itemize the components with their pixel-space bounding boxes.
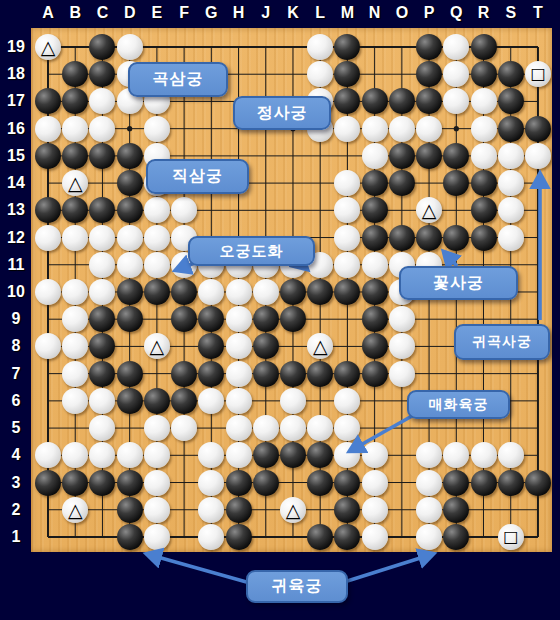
black-stone[interactable] bbox=[416, 143, 442, 169]
black-stone[interactable] bbox=[253, 333, 279, 359]
black-stone[interactable] bbox=[307, 279, 333, 305]
shape-label: 꽃사궁 bbox=[399, 266, 518, 300]
black-stone[interactable] bbox=[525, 470, 551, 496]
black-stone[interactable] bbox=[198, 361, 224, 387]
black-stone[interactable] bbox=[226, 524, 252, 550]
white-stone[interactable] bbox=[117, 252, 143, 278]
black-stone[interactable] bbox=[253, 306, 279, 332]
black-stone[interactable] bbox=[334, 470, 360, 496]
white-stone[interactable] bbox=[62, 361, 88, 387]
black-stone[interactable] bbox=[389, 143, 415, 169]
white-stone[interactable] bbox=[362, 143, 388, 169]
triangle-marker-icon: △ bbox=[307, 333, 333, 359]
shape-label: 직삼궁 bbox=[146, 159, 249, 194]
black-stone[interactable] bbox=[89, 470, 115, 496]
white-stone[interactable] bbox=[62, 279, 88, 305]
white-stone[interactable] bbox=[226, 442, 252, 468]
black-stone[interactable] bbox=[471, 170, 497, 196]
row-label: 3 bbox=[12, 474, 21, 492]
black-stone[interactable] bbox=[443, 497, 469, 523]
black-stone[interactable] bbox=[498, 88, 524, 114]
white-stone[interactable] bbox=[144, 252, 170, 278]
white-stone[interactable] bbox=[362, 252, 388, 278]
black-stone[interactable] bbox=[471, 225, 497, 251]
black-stone[interactable] bbox=[362, 88, 388, 114]
white-stone[interactable] bbox=[117, 225, 143, 251]
column-label: J bbox=[261, 4, 270, 22]
black-stone[interactable] bbox=[117, 470, 143, 496]
black-stone[interactable] bbox=[416, 34, 442, 60]
column-label: L bbox=[315, 4, 325, 22]
white-stone[interactable] bbox=[471, 442, 497, 468]
black-stone[interactable] bbox=[171, 279, 197, 305]
white-stone[interactable] bbox=[35, 116, 61, 142]
row-label: 9 bbox=[12, 310, 21, 328]
white-stone[interactable] bbox=[144, 524, 170, 550]
white-stone[interactable] bbox=[117, 442, 143, 468]
row-label: 8 bbox=[12, 337, 21, 355]
white-stone[interactable]: △ bbox=[280, 497, 306, 523]
white-stone[interactable] bbox=[362, 442, 388, 468]
white-stone[interactable] bbox=[471, 116, 497, 142]
row-label: 15 bbox=[7, 147, 25, 165]
white-stone[interactable] bbox=[307, 34, 333, 60]
white-stone[interactable]: △ bbox=[144, 333, 170, 359]
white-stone[interactable] bbox=[389, 306, 415, 332]
white-stone[interactable] bbox=[334, 225, 360, 251]
black-stone[interactable] bbox=[117, 143, 143, 169]
shape-label: 매화육궁 bbox=[407, 390, 510, 419]
white-stone[interactable]: △ bbox=[62, 170, 88, 196]
black-stone[interactable] bbox=[362, 225, 388, 251]
black-stone[interactable] bbox=[117, 306, 143, 332]
column-label: A bbox=[42, 4, 54, 22]
white-stone[interactable] bbox=[144, 470, 170, 496]
white-stone[interactable]: △ bbox=[416, 197, 442, 223]
column-label: R bbox=[478, 4, 490, 22]
black-stone[interactable] bbox=[62, 470, 88, 496]
black-stone[interactable] bbox=[117, 170, 143, 196]
black-stone[interactable] bbox=[307, 361, 333, 387]
row-label: 1 bbox=[12, 528, 21, 546]
row-label: 5 bbox=[12, 419, 21, 437]
black-stone[interactable] bbox=[307, 524, 333, 550]
white-stone[interactable] bbox=[525, 143, 551, 169]
white-stone[interactable] bbox=[117, 34, 143, 60]
white-stone[interactable] bbox=[280, 388, 306, 414]
column-label: H bbox=[233, 4, 245, 22]
white-stone[interactable] bbox=[35, 225, 61, 251]
black-stone[interactable] bbox=[471, 34, 497, 60]
black-stone[interactable] bbox=[89, 361, 115, 387]
black-stone[interactable] bbox=[525, 116, 551, 142]
shape-label: 오궁도화 bbox=[188, 236, 315, 266]
white-stone[interactable] bbox=[498, 225, 524, 251]
white-stone[interactable]: △ bbox=[62, 497, 88, 523]
shape-label: 귀곡사궁 bbox=[454, 324, 550, 360]
column-label: K bbox=[287, 4, 299, 22]
row-label: 7 bbox=[12, 365, 21, 383]
white-stone[interactable] bbox=[144, 497, 170, 523]
white-stone[interactable]: □ bbox=[525, 61, 551, 87]
black-stone[interactable] bbox=[471, 470, 497, 496]
white-stone[interactable] bbox=[171, 415, 197, 441]
column-label: E bbox=[152, 4, 163, 22]
row-label: 13 bbox=[7, 201, 25, 219]
white-stone[interactable] bbox=[89, 116, 115, 142]
black-stone[interactable] bbox=[389, 170, 415, 196]
black-stone[interactable] bbox=[62, 143, 88, 169]
column-label: M bbox=[341, 4, 354, 22]
black-stone[interactable] bbox=[35, 470, 61, 496]
row-label: 18 bbox=[7, 65, 25, 83]
white-stone[interactable] bbox=[253, 415, 279, 441]
column-label: O bbox=[396, 4, 408, 22]
triangle-marker-icon: △ bbox=[280, 497, 306, 523]
row-label: 2 bbox=[12, 501, 21, 519]
black-stone[interactable] bbox=[280, 279, 306, 305]
white-stone[interactable] bbox=[226, 388, 252, 414]
black-stone[interactable] bbox=[443, 470, 469, 496]
shape-label: 곡삼궁 bbox=[128, 62, 228, 97]
row-label: 12 bbox=[7, 229, 25, 247]
black-stone[interactable] bbox=[416, 225, 442, 251]
white-stone[interactable] bbox=[498, 170, 524, 196]
black-stone[interactable] bbox=[280, 306, 306, 332]
black-stone[interactable] bbox=[498, 61, 524, 87]
black-stone[interactable] bbox=[307, 470, 333, 496]
white-stone[interactable] bbox=[62, 116, 88, 142]
row-label: 19 bbox=[7, 38, 25, 56]
column-label: T bbox=[533, 4, 543, 22]
black-stone[interactable] bbox=[171, 388, 197, 414]
white-stone[interactable] bbox=[62, 388, 88, 414]
row-label: 4 bbox=[12, 446, 21, 464]
black-stone[interactable] bbox=[498, 116, 524, 142]
column-label: G bbox=[205, 4, 217, 22]
black-stone[interactable] bbox=[443, 225, 469, 251]
black-stone[interactable] bbox=[117, 497, 143, 523]
square-marker-icon: □ bbox=[525, 61, 551, 87]
column-label: F bbox=[179, 4, 189, 22]
white-stone[interactable]: △ bbox=[307, 333, 333, 359]
black-stone[interactable] bbox=[389, 225, 415, 251]
white-stone[interactable] bbox=[389, 116, 415, 142]
black-stone[interactable] bbox=[117, 197, 143, 223]
white-stone[interactable] bbox=[144, 197, 170, 223]
black-stone[interactable] bbox=[362, 197, 388, 223]
black-stone[interactable] bbox=[144, 279, 170, 305]
row-label: 6 bbox=[12, 392, 21, 410]
black-stone[interactable] bbox=[498, 470, 524, 496]
column-label: N bbox=[369, 4, 381, 22]
black-stone[interactable] bbox=[280, 361, 306, 387]
black-stone[interactable] bbox=[362, 279, 388, 305]
row-label: 14 bbox=[7, 174, 25, 192]
white-stone[interactable] bbox=[144, 116, 170, 142]
black-stone[interactable] bbox=[362, 170, 388, 196]
white-stone[interactable] bbox=[416, 524, 442, 550]
shape-label: 정사궁 bbox=[233, 96, 331, 130]
white-stone[interactable] bbox=[280, 415, 306, 441]
column-label: C bbox=[97, 4, 109, 22]
column-label: S bbox=[505, 4, 516, 22]
black-stone[interactable] bbox=[334, 361, 360, 387]
white-stone[interactable] bbox=[226, 415, 252, 441]
white-stone[interactable] bbox=[416, 116, 442, 142]
black-stone[interactable] bbox=[362, 306, 388, 332]
black-stone[interactable] bbox=[471, 61, 497, 87]
white-stone[interactable] bbox=[144, 442, 170, 468]
white-stone[interactable] bbox=[226, 306, 252, 332]
column-label: B bbox=[69, 4, 81, 22]
white-stone[interactable] bbox=[362, 116, 388, 142]
black-stone[interactable] bbox=[334, 497, 360, 523]
white-stone[interactable] bbox=[144, 225, 170, 251]
white-stone[interactable] bbox=[253, 279, 279, 305]
white-stone[interactable] bbox=[471, 143, 497, 169]
triangle-marker-icon: △ bbox=[62, 170, 88, 196]
white-stone[interactable] bbox=[62, 225, 88, 251]
white-stone[interactable] bbox=[362, 470, 388, 496]
white-stone[interactable] bbox=[498, 197, 524, 223]
black-stone[interactable] bbox=[443, 143, 469, 169]
row-label: 16 bbox=[7, 120, 25, 138]
shape-label: 귀육궁 bbox=[246, 570, 348, 603]
white-stone[interactable] bbox=[416, 470, 442, 496]
white-stone[interactable] bbox=[389, 361, 415, 387]
black-stone[interactable] bbox=[117, 388, 143, 414]
white-stone[interactable] bbox=[144, 415, 170, 441]
black-stone[interactable] bbox=[117, 279, 143, 305]
row-label: 17 bbox=[7, 92, 25, 110]
black-stone[interactable] bbox=[362, 333, 388, 359]
black-stone[interactable] bbox=[226, 497, 252, 523]
white-stone[interactable] bbox=[362, 524, 388, 550]
white-stone[interactable] bbox=[471, 88, 497, 114]
white-stone[interactable]: □ bbox=[498, 524, 524, 550]
white-stone[interactable] bbox=[334, 252, 360, 278]
black-stone[interactable] bbox=[117, 361, 143, 387]
column-label: D bbox=[124, 4, 136, 22]
black-stone[interactable] bbox=[253, 442, 279, 468]
black-stone[interactable] bbox=[226, 470, 252, 496]
triangle-marker-icon: △ bbox=[144, 333, 170, 359]
black-stone[interactable] bbox=[253, 361, 279, 387]
black-stone[interactable] bbox=[471, 197, 497, 223]
white-stone[interactable] bbox=[334, 116, 360, 142]
white-stone[interactable] bbox=[362, 497, 388, 523]
row-label: 10 bbox=[7, 283, 25, 301]
black-stone[interactable] bbox=[362, 361, 388, 387]
white-stone[interactable] bbox=[35, 279, 61, 305]
square-marker-icon: □ bbox=[498, 524, 524, 550]
row-label: 11 bbox=[8, 256, 25, 274]
white-stone[interactable]: △ bbox=[35, 34, 61, 60]
white-stone[interactable] bbox=[198, 388, 224, 414]
white-stone[interactable] bbox=[498, 442, 524, 468]
black-stone[interactable] bbox=[35, 143, 61, 169]
triangle-marker-icon: △ bbox=[416, 197, 442, 223]
triangle-marker-icon: △ bbox=[35, 34, 61, 60]
black-stone[interactable] bbox=[144, 388, 170, 414]
white-stone[interactable] bbox=[498, 143, 524, 169]
white-stone[interactable] bbox=[226, 333, 252, 359]
white-stone[interactable] bbox=[89, 225, 115, 251]
triangle-marker-icon: △ bbox=[62, 497, 88, 523]
white-stone[interactable] bbox=[416, 497, 442, 523]
column-label: Q bbox=[450, 4, 462, 22]
white-stone[interactable] bbox=[198, 497, 224, 523]
go-diagram-page: ABCDEFGHJKLMNOPQRST191817161514131211109… bbox=[0, 0, 560, 620]
black-stone[interactable] bbox=[171, 361, 197, 387]
black-stone[interactable] bbox=[253, 470, 279, 496]
white-stone[interactable] bbox=[226, 279, 252, 305]
white-stone[interactable] bbox=[198, 470, 224, 496]
black-stone[interactable] bbox=[117, 524, 143, 550]
column-label: P bbox=[424, 4, 435, 22]
white-stone[interactable] bbox=[226, 361, 252, 387]
